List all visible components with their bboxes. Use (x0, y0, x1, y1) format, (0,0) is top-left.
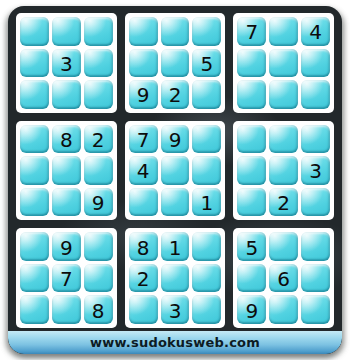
cell-r1c1[interactable] (20, 17, 49, 46)
cell-r6c8[interactable]: 2 (269, 188, 298, 217)
cell-r9c6[interactable] (192, 295, 221, 324)
given-digit: 8 (60, 130, 73, 150)
cell-r9c2[interactable] (52, 295, 81, 324)
cell-r5c3[interactable] (84, 156, 113, 185)
given-digit: 1 (201, 193, 214, 213)
cell-r3c4[interactable]: 9 (129, 80, 158, 109)
box-6: 32 (233, 121, 334, 221)
given-digit: 7 (60, 269, 73, 289)
cell-r2c5[interactable] (161, 49, 190, 78)
given-digit: 2 (137, 269, 150, 289)
given-digit: 2 (169, 85, 182, 105)
given-digit: 3 (169, 301, 182, 321)
given-digit: 9 (137, 85, 150, 105)
cell-r4c2[interactable]: 8 (52, 125, 81, 154)
cell-r9c8[interactable] (269, 295, 298, 324)
box-9: 569 (233, 228, 334, 328)
cell-r4c5[interactable]: 9 (161, 125, 190, 154)
cell-r5c6[interactable] (192, 156, 221, 185)
given-digit: 9 (92, 193, 105, 213)
cell-r6c7[interactable] (237, 188, 266, 217)
given-digit: 6 (277, 269, 290, 289)
box-7: 978 (16, 228, 117, 328)
cell-r6c5[interactable] (161, 188, 190, 217)
cell-r5c4[interactable]: 4 (129, 156, 158, 185)
cell-r3c5[interactable]: 2 (161, 80, 190, 109)
cell-r8c7[interactable] (237, 264, 266, 293)
cell-r7c4[interactable]: 8 (129, 232, 158, 261)
cell-r1c8[interactable] (269, 17, 298, 46)
cell-r4c7[interactable] (237, 125, 266, 154)
cell-r8c5[interactable] (161, 264, 190, 293)
sudoku-board: 3592748297941329788123569 www.sudokusweb… (8, 6, 342, 354)
box-2: 592 (125, 13, 226, 113)
site-link[interactable]: www.sudokusweb.com (90, 335, 260, 350)
given-digit: 5 (245, 238, 258, 258)
cell-r8c6[interactable] (192, 264, 221, 293)
cell-r3c7[interactable] (237, 80, 266, 109)
cell-r3c3[interactable] (84, 80, 113, 109)
given-digit: 2 (277, 193, 290, 213)
cell-r9c7[interactable]: 9 (237, 295, 266, 324)
cell-r3c6[interactable] (192, 80, 221, 109)
cell-r9c1[interactable] (20, 295, 49, 324)
box-4: 829 (16, 121, 117, 221)
footer-bar: www.sudokusweb.com (8, 331, 342, 354)
cell-r6c1[interactable] (20, 188, 49, 217)
given-digit: 7 (137, 130, 150, 150)
cell-r2c9[interactable] (301, 49, 330, 78)
given-digit: 1 (169, 238, 182, 258)
cell-r3c2[interactable] (52, 80, 81, 109)
cell-r1c3[interactable] (84, 17, 113, 46)
cell-r2c8[interactable] (269, 49, 298, 78)
cell-r9c4[interactable] (129, 295, 158, 324)
box-1: 3 (16, 13, 117, 113)
cell-r4c4[interactable]: 7 (129, 125, 158, 154)
cell-r1c4[interactable] (129, 17, 158, 46)
cell-r8c2[interactable]: 7 (52, 264, 81, 293)
cell-r2c3[interactable] (84, 49, 113, 78)
cell-r4c3[interactable]: 2 (84, 125, 113, 154)
cell-r5c5[interactable] (161, 156, 190, 185)
cell-r5c2[interactable] (52, 156, 81, 185)
cell-r7c7[interactable]: 5 (237, 232, 266, 261)
cell-r2c2[interactable]: 3 (52, 49, 81, 78)
cell-r6c3[interactable]: 9 (84, 188, 113, 217)
cell-r5c8[interactable] (269, 156, 298, 185)
cell-r1c7[interactable]: 7 (237, 17, 266, 46)
cell-r7c2[interactable]: 9 (52, 232, 81, 261)
cell-r4c6[interactable] (192, 125, 221, 154)
given-digit: 3 (309, 161, 322, 181)
cell-r4c9[interactable] (301, 125, 330, 154)
cell-r7c5[interactable]: 1 (161, 232, 190, 261)
cell-r8c1[interactable] (20, 264, 49, 293)
cell-r5c1[interactable] (20, 156, 49, 185)
cell-r1c2[interactable] (52, 17, 81, 46)
cell-r1c9[interactable]: 4 (301, 17, 330, 46)
cell-r5c9[interactable]: 3 (301, 156, 330, 185)
given-digit: 7 (245, 22, 258, 42)
cell-r6c9[interactable] (301, 188, 330, 217)
given-digit: 8 (92, 301, 105, 321)
sudoku-grid: 3592748297941329788123569 (16, 13, 334, 328)
cell-r3c9[interactable] (301, 80, 330, 109)
cell-r9c9[interactable] (301, 295, 330, 324)
cell-r2c1[interactable] (20, 49, 49, 78)
cell-r2c7[interactable] (237, 49, 266, 78)
cell-r6c6[interactable]: 1 (192, 188, 221, 217)
given-digit: 4 (137, 161, 150, 181)
cell-r6c4[interactable] (129, 188, 158, 217)
cell-r4c1[interactable] (20, 125, 49, 154)
cell-r9c3[interactable]: 8 (84, 295, 113, 324)
box-3: 74 (233, 13, 334, 113)
cell-r1c5[interactable] (161, 17, 190, 46)
cell-r6c2[interactable] (52, 188, 81, 217)
given-digit: 8 (137, 238, 150, 258)
cell-r4c8[interactable] (269, 125, 298, 154)
cell-r7c6[interactable] (192, 232, 221, 261)
cell-r2c4[interactable] (129, 49, 158, 78)
cell-r7c3[interactable] (84, 232, 113, 261)
cell-r3c1[interactable] (20, 80, 49, 109)
cell-r2c6[interactable]: 5 (192, 49, 221, 78)
cell-r8c8[interactable]: 6 (269, 264, 298, 293)
cell-r8c4[interactable]: 2 (129, 264, 158, 293)
given-digit: 9 (60, 238, 73, 258)
cell-r8c9[interactable] (301, 264, 330, 293)
cell-r5c7[interactable] (237, 156, 266, 185)
given-digit: 2 (92, 130, 105, 150)
given-digit: 9 (169, 130, 182, 150)
box-5: 7941 (125, 121, 226, 221)
cell-r8c3[interactable] (84, 264, 113, 293)
given-digit: 3 (60, 54, 73, 74)
given-digit: 4 (309, 22, 322, 42)
cell-r9c5[interactable]: 3 (161, 295, 190, 324)
box-8: 8123 (125, 228, 226, 328)
cell-r7c8[interactable] (269, 232, 298, 261)
cell-r7c9[interactable] (301, 232, 330, 261)
cell-r7c1[interactable] (20, 232, 49, 261)
given-digit: 9 (245, 301, 258, 321)
given-digit: 5 (201, 54, 214, 74)
cell-r1c6[interactable] (192, 17, 221, 46)
cell-r3c8[interactable] (269, 80, 298, 109)
